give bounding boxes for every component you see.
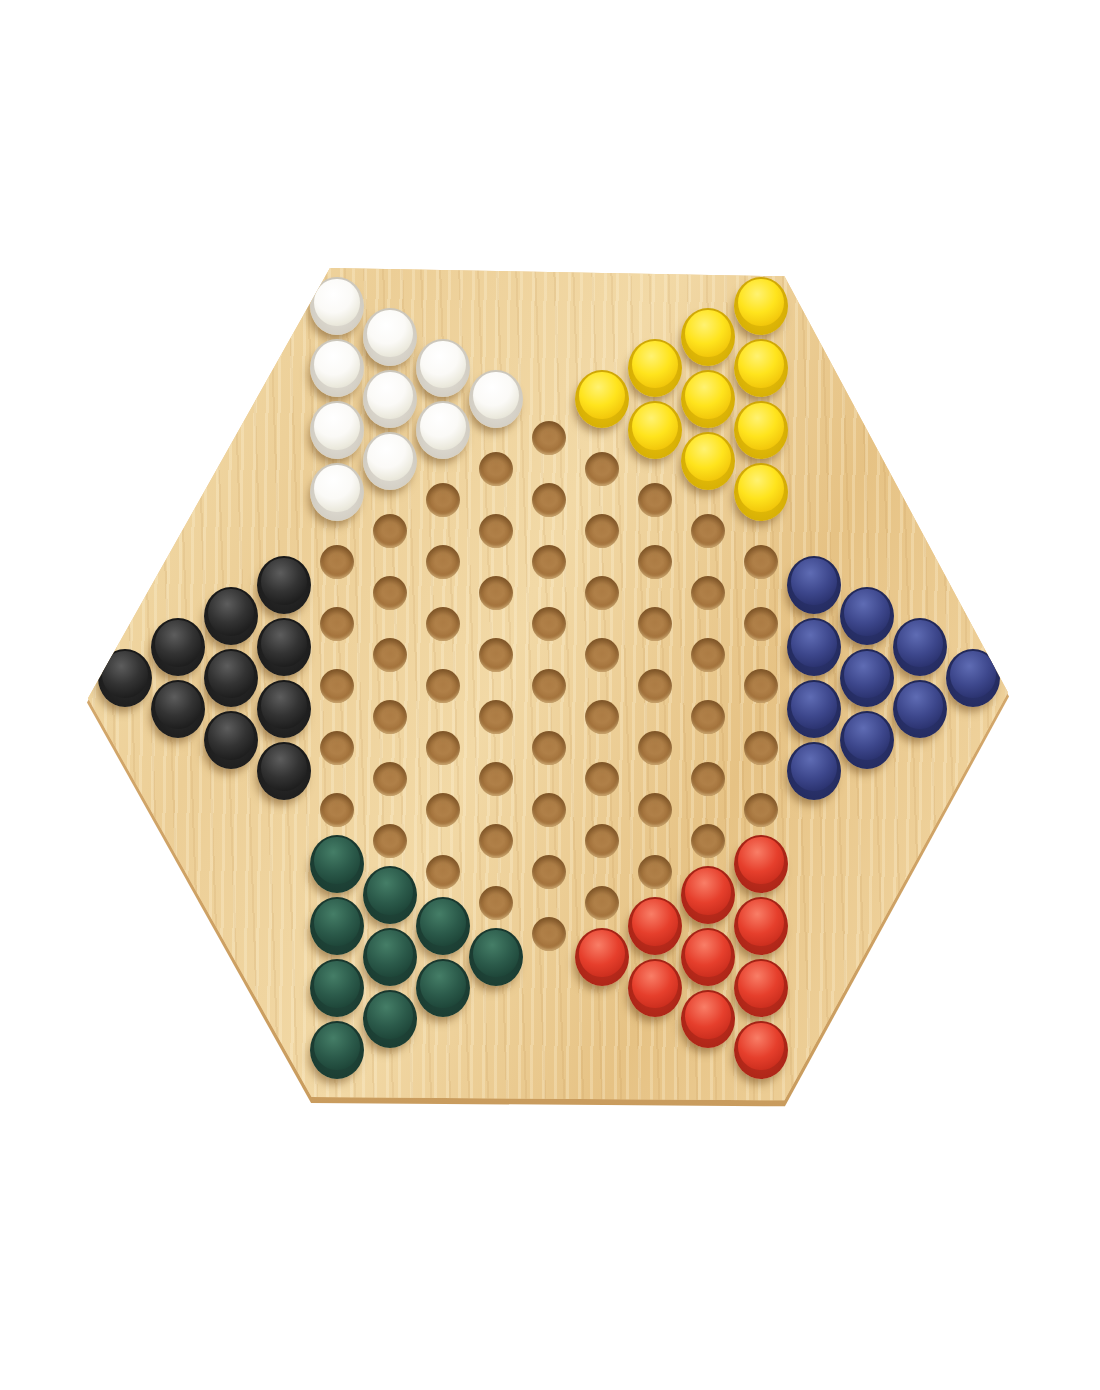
peg-red[interactable] (681, 990, 735, 1048)
board-hole[interactable] (691, 576, 725, 610)
peg-blue[interactable] (946, 649, 1000, 707)
peg-blue[interactable] (840, 587, 894, 645)
peg-yellow[interactable] (628, 401, 682, 459)
board-hole[interactable] (691, 700, 725, 734)
board-hole[interactable] (585, 514, 619, 548)
peg-red[interactable] (681, 928, 735, 986)
peg-black[interactable] (151, 618, 205, 676)
board-hole[interactable] (532, 669, 566, 703)
peg-yellow[interactable] (681, 308, 735, 366)
board-hole[interactable] (426, 669, 460, 703)
peg-white[interactable] (416, 401, 470, 459)
peg-yellow[interactable] (628, 339, 682, 397)
board-hole[interactable] (691, 762, 725, 796)
peg-yellow[interactable] (681, 370, 735, 428)
peg-red[interactable] (734, 1021, 788, 1079)
board-hole[interactable] (320, 793, 354, 827)
peg-black[interactable] (257, 556, 311, 614)
peg-green[interactable] (310, 959, 364, 1017)
board-hole[interactable] (638, 607, 672, 641)
peg-green[interactable] (310, 897, 364, 955)
board-hole[interactable] (320, 545, 354, 579)
board-hole[interactable] (479, 886, 513, 920)
board-hole[interactable] (585, 576, 619, 610)
peg-white[interactable] (363, 432, 417, 490)
board-hole[interactable] (479, 824, 513, 858)
board-hole[interactable] (744, 731, 778, 765)
peg-white[interactable] (310, 401, 364, 459)
board-hole[interactable] (585, 452, 619, 486)
peg-red[interactable] (575, 928, 629, 986)
peg-blue[interactable] (787, 618, 841, 676)
board-hole[interactable] (426, 545, 460, 579)
board-hole[interactable] (585, 762, 619, 796)
board-hole[interactable] (638, 545, 672, 579)
board-hole[interactable] (479, 514, 513, 548)
peg-black[interactable] (204, 649, 258, 707)
board-hole[interactable] (638, 793, 672, 827)
peg-black[interactable] (204, 587, 258, 645)
peg-green[interactable] (363, 866, 417, 924)
peg-green[interactable] (363, 990, 417, 1048)
peg-white[interactable] (310, 339, 364, 397)
peg-white[interactable] (363, 308, 417, 366)
peg-black[interactable] (257, 680, 311, 738)
board-hole[interactable] (373, 824, 407, 858)
board-hole[interactable] (744, 545, 778, 579)
board-hole[interactable] (426, 483, 460, 517)
board-hole[interactable] (426, 855, 460, 889)
board-hole[interactable] (373, 638, 407, 672)
chinese-checkers-board (88, 268, 1008, 1102)
peg-green[interactable] (469, 928, 523, 986)
board-hole[interactable] (638, 731, 672, 765)
peg-yellow[interactable] (734, 339, 788, 397)
board-hole[interactable] (691, 638, 725, 672)
peg-green[interactable] (416, 897, 470, 955)
peg-white[interactable] (310, 277, 364, 335)
peg-yellow[interactable] (734, 463, 788, 521)
board-hole[interactable] (373, 514, 407, 548)
board-hole[interactable] (320, 607, 354, 641)
product-photo-chinese-checkers (0, 0, 1100, 1390)
board-hole[interactable] (426, 793, 460, 827)
peg-blue[interactable] (787, 742, 841, 800)
board-hole[interactable] (479, 638, 513, 672)
peg-green[interactable] (310, 1021, 364, 1079)
peg-blue[interactable] (787, 680, 841, 738)
peg-white[interactable] (469, 370, 523, 428)
board-hole[interactable] (744, 793, 778, 827)
peg-black[interactable] (98, 649, 152, 707)
board-hole[interactable] (691, 824, 725, 858)
peg-white[interactable] (363, 370, 417, 428)
board-hole[interactable] (532, 545, 566, 579)
board-hole[interactable] (479, 762, 513, 796)
peg-red[interactable] (628, 897, 682, 955)
board-hole[interactable] (320, 669, 354, 703)
peg-white[interactable] (416, 339, 470, 397)
peg-black[interactable] (151, 680, 205, 738)
peg-yellow[interactable] (575, 370, 629, 428)
peg-black[interactable] (204, 711, 258, 769)
peg-red[interactable] (628, 959, 682, 1017)
board-hole[interactable] (532, 793, 566, 827)
peg-red[interactable] (681, 866, 735, 924)
board-hole[interactable] (585, 700, 619, 734)
board-hole[interactable] (373, 762, 407, 796)
board-hole[interactable] (638, 483, 672, 517)
board-hole[interactable] (426, 607, 460, 641)
board-hole[interactable] (320, 731, 354, 765)
board-hole[interactable] (744, 607, 778, 641)
board-hole[interactable] (532, 731, 566, 765)
peg-white[interactable] (310, 463, 364, 521)
board-hole[interactable] (532, 483, 566, 517)
board-hole[interactable] (479, 452, 513, 486)
board-hole[interactable] (479, 700, 513, 734)
board-hole[interactable] (373, 576, 407, 610)
peg-green[interactable] (363, 928, 417, 986)
board-hole[interactable] (691, 514, 725, 548)
board-hole[interactable] (373, 700, 407, 734)
board-hole[interactable] (638, 855, 672, 889)
peg-yellow[interactable] (734, 401, 788, 459)
peg-green[interactable] (416, 959, 470, 1017)
peg-blue[interactable] (893, 680, 947, 738)
board-hole[interactable] (532, 607, 566, 641)
peg-red[interactable] (734, 835, 788, 893)
peg-blue[interactable] (840, 649, 894, 707)
peg-blue[interactable] (840, 711, 894, 769)
board-hole[interactable] (479, 576, 513, 610)
peg-red[interactable] (734, 959, 788, 1017)
board-hole[interactable] (585, 886, 619, 920)
board-hole[interactable] (744, 669, 778, 703)
peg-black[interactable] (257, 618, 311, 676)
board-hole[interactable] (426, 731, 460, 765)
peg-green[interactable] (310, 835, 364, 893)
peg-red[interactable] (734, 897, 788, 955)
peg-yellow[interactable] (681, 432, 735, 490)
board-hole[interactable] (585, 824, 619, 858)
board-hole[interactable] (638, 669, 672, 703)
board-hole[interactable] (532, 421, 566, 455)
peg-blue[interactable] (787, 556, 841, 614)
board-hole[interactable] (532, 855, 566, 889)
peg-blue[interactable] (893, 618, 947, 676)
board-hole[interactable] (585, 638, 619, 672)
peg-black[interactable] (257, 742, 311, 800)
peg-yellow[interactable] (734, 277, 788, 335)
board-hole[interactable] (532, 917, 566, 951)
